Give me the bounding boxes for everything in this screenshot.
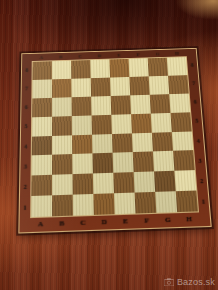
square-e2[interactable]: [113, 172, 134, 193]
square-c2[interactable]: [72, 174, 93, 195]
square-c7[interactable]: [71, 78, 91, 97]
square-c5[interactable]: [72, 115, 92, 135]
square-f5[interactable]: [131, 113, 152, 133]
coord-label: E: [115, 215, 137, 230]
square-d7[interactable]: [91, 77, 111, 96]
square-e7[interactable]: [110, 77, 130, 96]
watermark: Bazos.sk: [164, 276, 215, 287]
coord-label: 3: [20, 156, 30, 177]
square-f1[interactable]: [135, 192, 157, 213]
coord-label: A: [30, 217, 51, 232]
square-a4[interactable]: [32, 136, 52, 156]
coord-label: F: [136, 214, 158, 229]
coord-label: 5: [21, 117, 31, 137]
square-g8[interactable]: [148, 58, 168, 77]
square-b5[interactable]: [52, 116, 72, 136]
square-d1[interactable]: [93, 193, 114, 215]
square-f8[interactable]: [129, 58, 149, 77]
square-c3[interactable]: [72, 154, 93, 175]
square-a2[interactable]: [31, 175, 52, 196]
square-b6[interactable]: [52, 97, 72, 116]
coord-label: G: [157, 213, 179, 228]
camera-icon: [164, 278, 174, 286]
square-b4[interactable]: [52, 135, 72, 155]
coord-label: 5: [191, 111, 202, 131]
square-b2[interactable]: [52, 174, 73, 195]
square-h2[interactable]: [174, 170, 196, 191]
coord-label: B: [51, 217, 72, 232]
square-e1[interactable]: [114, 193, 136, 215]
coord-label: 8: [187, 56, 198, 74]
square-f6[interactable]: [130, 95, 151, 114]
coord-label: H: [178, 212, 200, 227]
square-g3[interactable]: [153, 151, 174, 172]
coord-label: 2: [20, 176, 31, 197]
square-e5[interactable]: [111, 114, 132, 134]
square-g5[interactable]: [151, 113, 172, 133]
coord-label: 1: [197, 191, 209, 212]
square-a3[interactable]: [32, 155, 52, 176]
square-d8[interactable]: [90, 60, 110, 79]
coord-label: 2: [196, 170, 208, 191]
square-a5[interactable]: [32, 116, 52, 136]
square-a6[interactable]: [32, 98, 52, 117]
square-h4[interactable]: [172, 131, 193, 151]
square-c8[interactable]: [71, 60, 91, 79]
square-c1[interactable]: [73, 194, 94, 216]
coord-label: 7: [188, 74, 199, 93]
square-b3[interactable]: [52, 154, 72, 175]
square-a7[interactable]: [32, 79, 52, 98]
square-d2[interactable]: [93, 173, 114, 194]
square-g6[interactable]: [150, 94, 171, 113]
coord-label: C: [72, 216, 93, 231]
square-f7[interactable]: [129, 76, 149, 95]
coord-label: 6: [190, 92, 201, 111]
square-f3[interactable]: [133, 152, 154, 173]
square-b8[interactable]: [52, 61, 71, 80]
square-h3[interactable]: [173, 150, 195, 171]
square-b1[interactable]: [52, 195, 73, 217]
square-d3[interactable]: [92, 153, 113, 174]
square-g1[interactable]: [155, 191, 177, 212]
square-e4[interactable]: [112, 133, 133, 153]
coord-label: 1: [20, 197, 31, 219]
square-e6[interactable]: [111, 95, 131, 114]
square-a8[interactable]: [33, 61, 52, 80]
square-f4[interactable]: [132, 132, 153, 152]
square-e8[interactable]: [109, 59, 129, 78]
board-grid: [30, 56, 199, 218]
square-d5[interactable]: [92, 114, 112, 134]
square-g7[interactable]: [149, 76, 170, 95]
square-g4[interactable]: [152, 132, 173, 152]
watermark-text: Bazos.sk: [177, 277, 215, 287]
square-e3[interactable]: [113, 152, 134, 173]
square-c6[interactable]: [72, 96, 92, 115]
square-f2[interactable]: [134, 172, 156, 193]
chessboard: ABCDEFGH ABCDEFGH 87654321 87654321: [18, 48, 211, 234]
square-b7[interactable]: [52, 79, 72, 98]
square-a1[interactable]: [31, 195, 52, 217]
coord-label: D: [94, 215, 116, 230]
square-d4[interactable]: [92, 134, 113, 154]
square-h8[interactable]: [167, 57, 188, 75]
coord-label: 8: [22, 61, 32, 80]
square-d6[interactable]: [91, 96, 111, 115]
square-c4[interactable]: [72, 134, 92, 154]
square-h7[interactable]: [168, 75, 189, 94]
coord-label: 6: [21, 98, 31, 117]
square-h1[interactable]: [176, 191, 198, 212]
coord-label: 4: [21, 136, 31, 156]
coord-label: 7: [22, 79, 32, 98]
square-g2[interactable]: [154, 171, 176, 192]
square-h6[interactable]: [169, 93, 190, 112]
square-h5[interactable]: [170, 112, 191, 132]
coord-label: 3: [194, 150, 206, 170]
coord-label: 4: [193, 131, 205, 151]
